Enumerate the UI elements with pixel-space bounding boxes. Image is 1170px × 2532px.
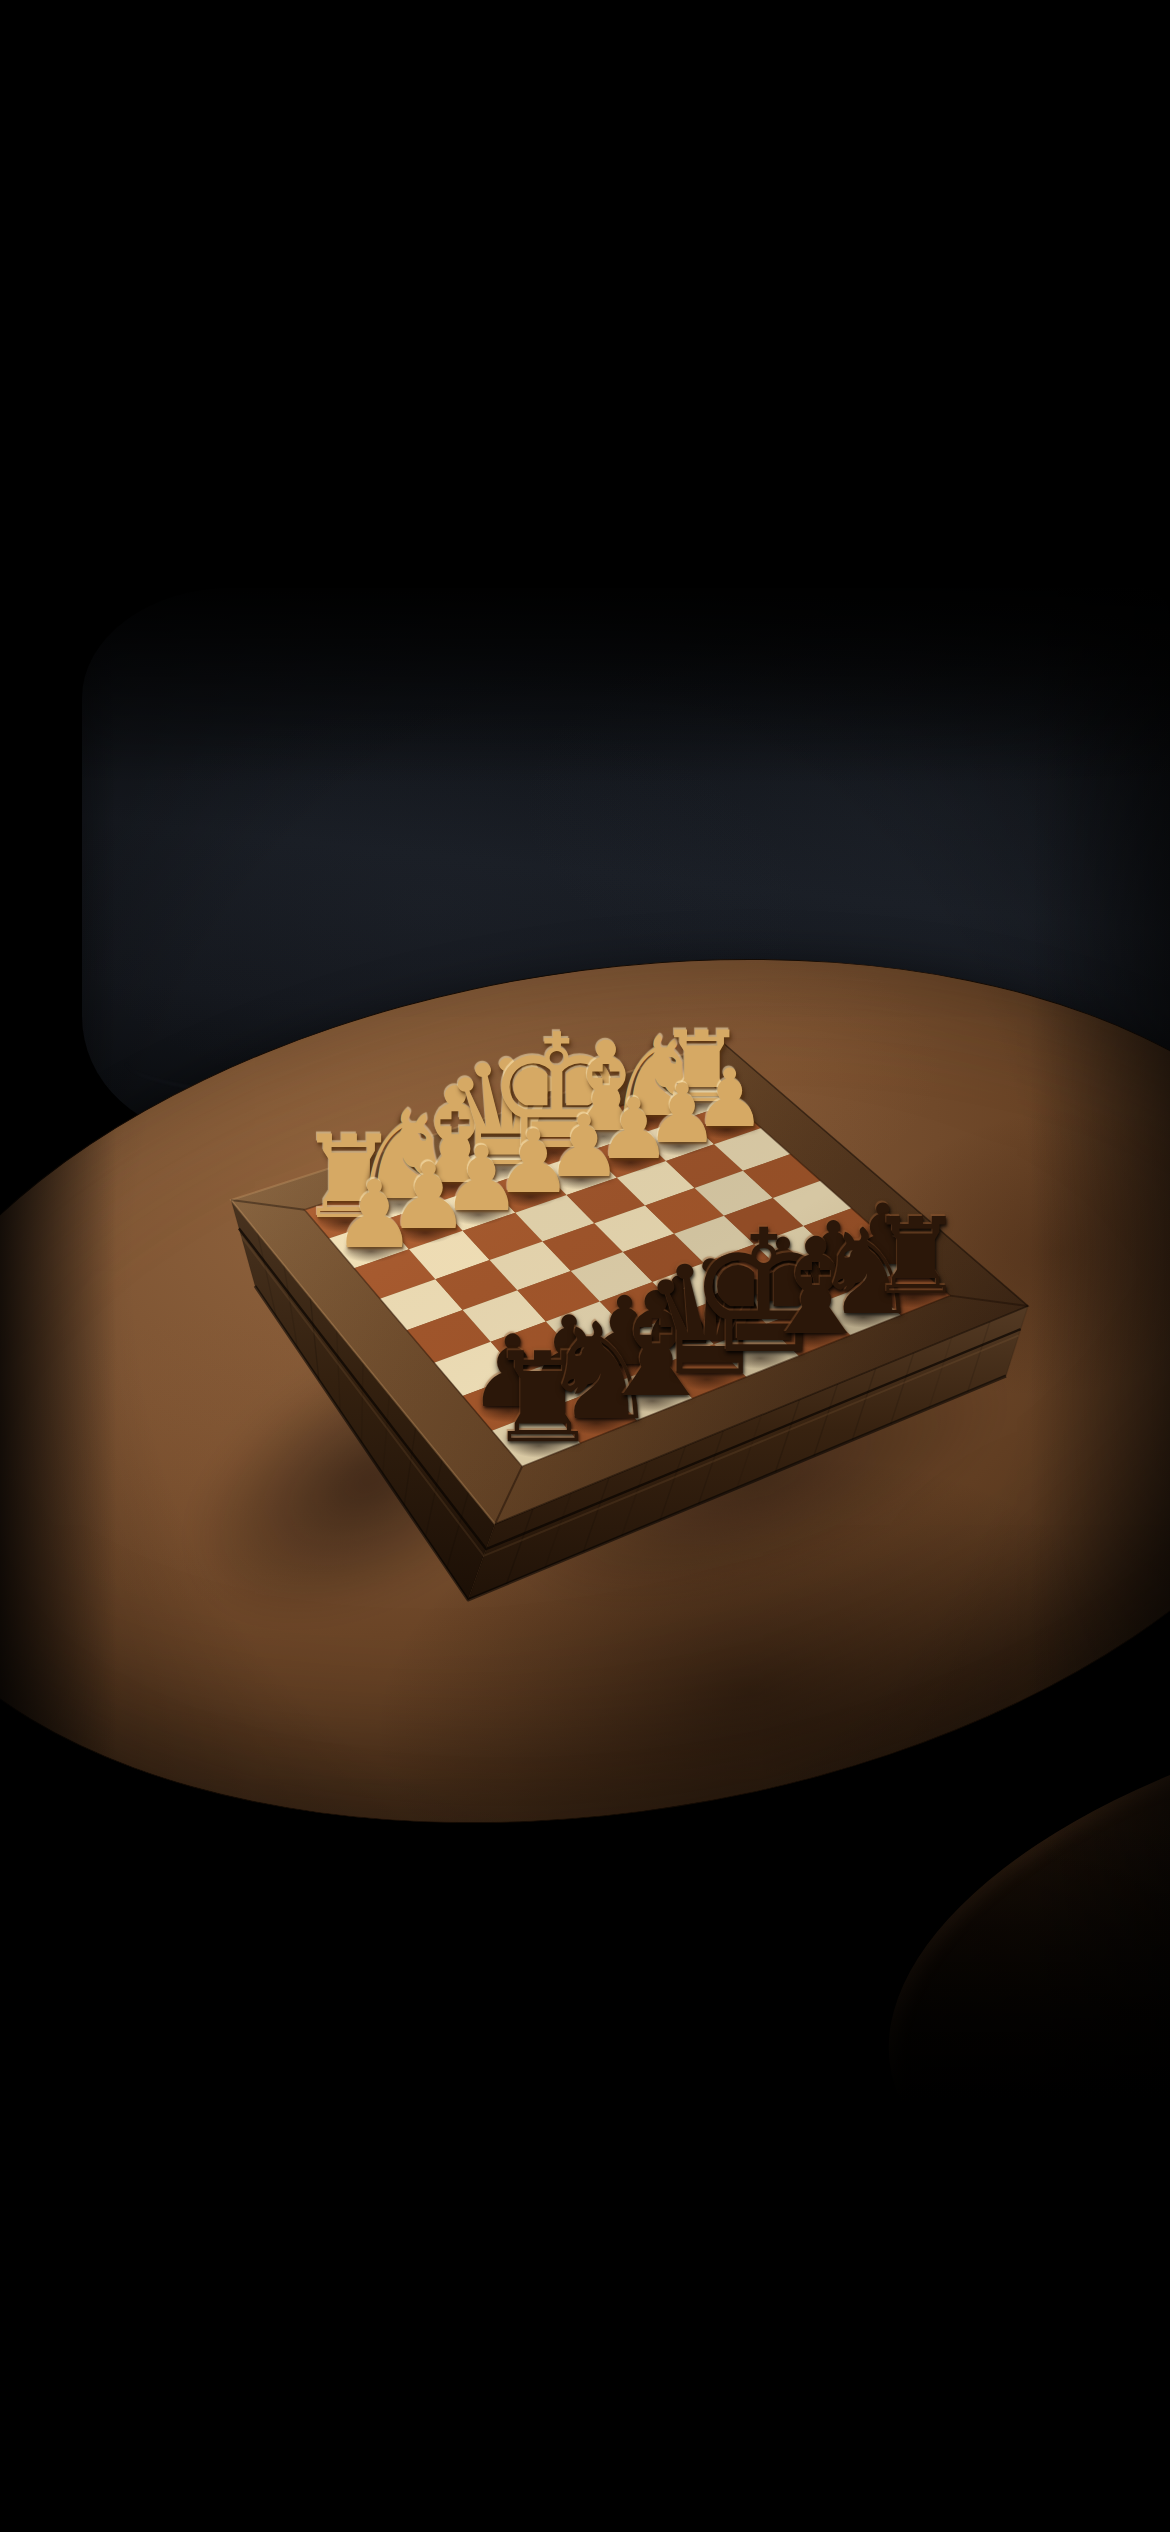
- piece-shadow: [700, 1316, 756, 1337]
- piece-shadow: [425, 1177, 480, 1198]
- piece-shadow: [477, 1160, 530, 1180]
- piece-shadow: [626, 1111, 676, 1130]
- piece-shadow: [702, 1121, 752, 1140]
- piece-shadow: [654, 1137, 705, 1156]
- piece-shadow: [372, 1194, 428, 1215]
- piece-shadow: [536, 1378, 596, 1401]
- piece-shadow: [592, 1357, 651, 1379]
- top-light-overlay: [231, 1042, 1028, 1524]
- piece-shadow: [342, 1241, 400, 1263]
- piece-shadow: [678, 1368, 736, 1390]
- piece-shadow: [647, 1336, 704, 1358]
- piece-shadow: [566, 1412, 627, 1435]
- piece-shadow: [887, 1288, 940, 1308]
- piece-shadow: [578, 1127, 629, 1146]
- piece-shadow: [605, 1153, 657, 1173]
- piece-shadow: [732, 1348, 788, 1369]
- piece-shadow: [854, 1258, 906, 1278]
- piece-shadow: [528, 1143, 580, 1163]
- piece-shadow: [503, 1187, 557, 1208]
- piece-shadow: [753, 1296, 808, 1317]
- piece-shadow: [508, 1434, 570, 1458]
- piece-shadow: [397, 1222, 453, 1243]
- piece-shadow: [317, 1212, 374, 1234]
- piece-shadow: [785, 1327, 840, 1348]
- piece-shadow: [623, 1390, 682, 1413]
- piece-shadow: [674, 1095, 723, 1114]
- photo-stage: ♜♞♝♛♚♝♞♜♟♟♟♟♟♟♟♟♟♟♟♟♟♟♟♟♜♞♝♛♚♝♞♜: [0, 0, 1170, 2532]
- piece-shadow: [478, 1399, 539, 1422]
- piece-shadow: [804, 1277, 857, 1297]
- wooden-chess-box: [0, 0, 1170, 2532]
- piece-shadow: [451, 1204, 506, 1225]
- piece-shadow: [555, 1170, 608, 1190]
- piece-shadow: [836, 1307, 890, 1327]
